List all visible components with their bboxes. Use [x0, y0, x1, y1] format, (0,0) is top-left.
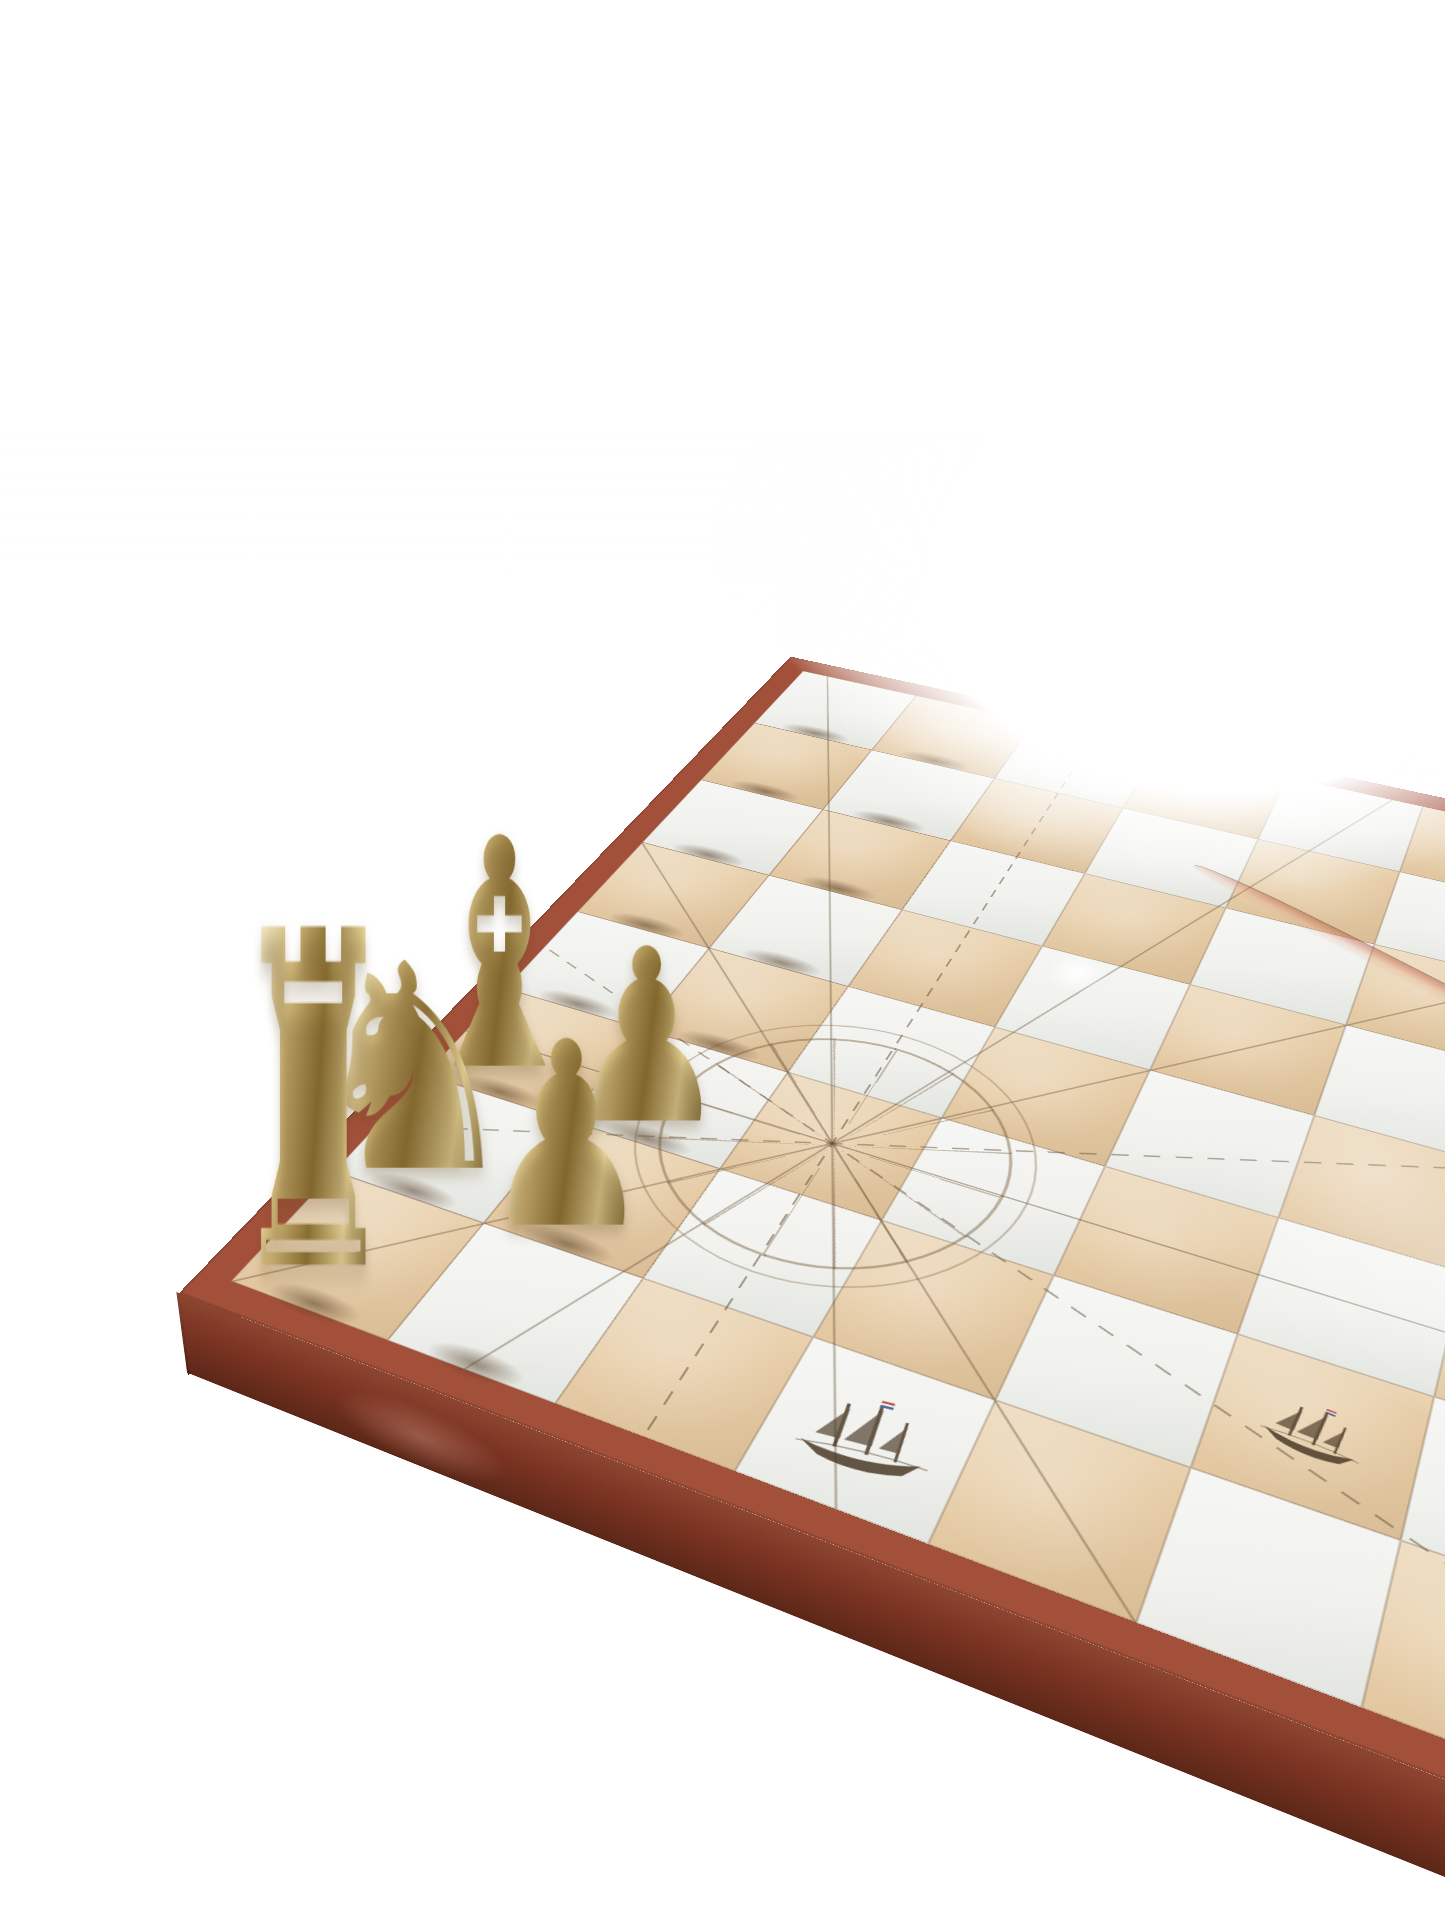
square-a2: ♟ — [388, 1223, 643, 1403]
pawn-glyph: ♟ — [382, 1124, 568, 1376]
board-surface: ♜♟♞♟♝♟♚♟♛♟♝♟♞♟♜♟ — [179, 657, 1445, 1927]
rook-glyph: ♜ — [230, 892, 396, 1318]
board-scene: ♜♟♞♟♝♟♚♟♛♟♝♟♞♟♜♟ — [0, 0, 1445, 1927]
photo-stage: ♜♟♞♟♝♟♚♟♛♟♝♟♞♟♜♟ — [0, 0, 1445, 1927]
chess-board: ♜♟♞♟♝♟♚♟♛♟♝♟♞♟♜♟ — [179, 657, 1445, 1927]
